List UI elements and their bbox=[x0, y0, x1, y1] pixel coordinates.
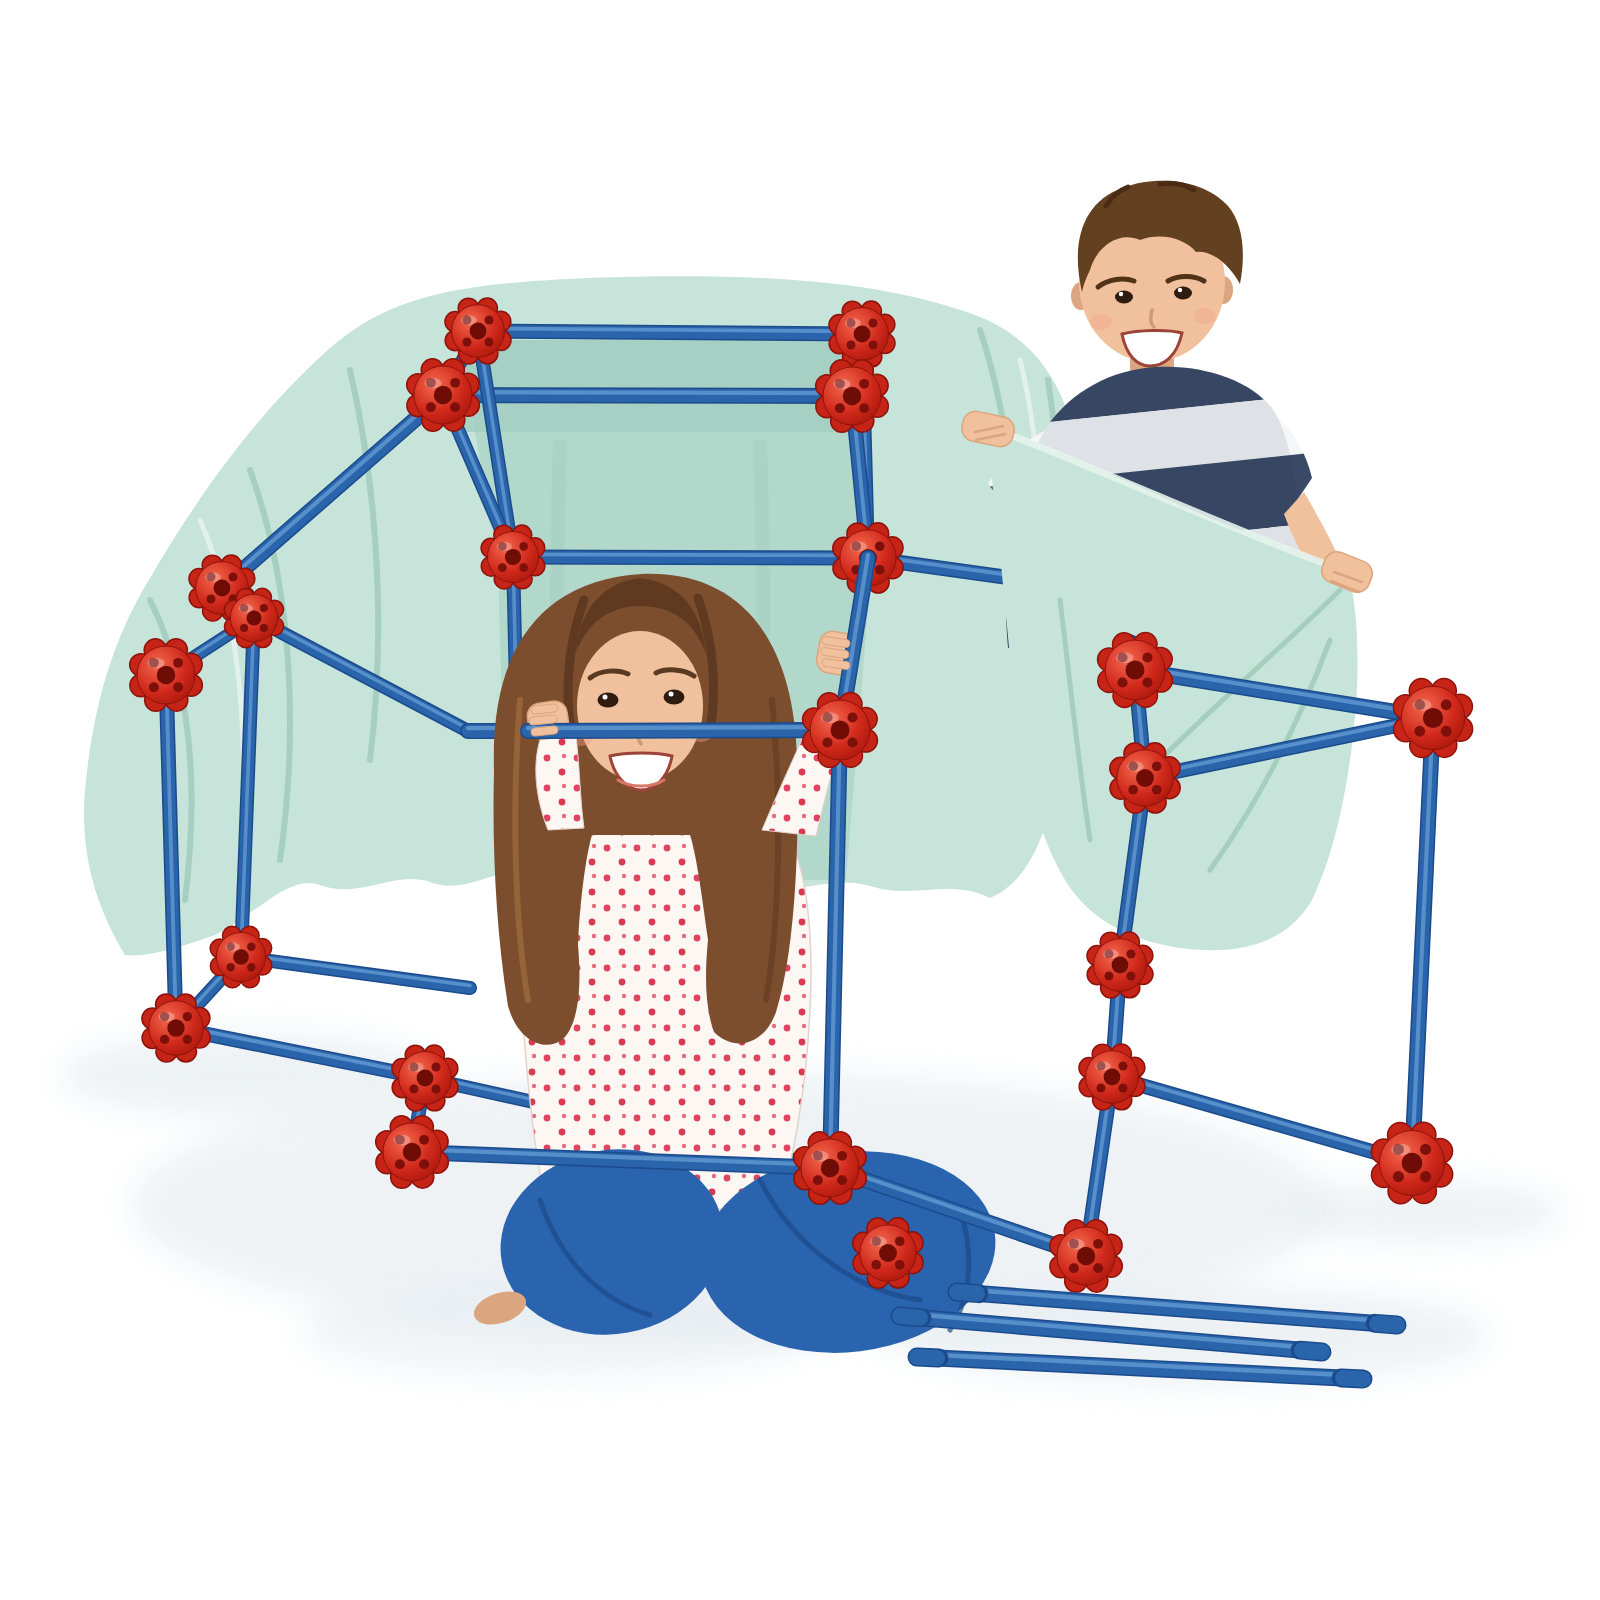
product-photo bbox=[0, 0, 1600, 1600]
scene-illustration bbox=[0, 0, 1600, 1600]
